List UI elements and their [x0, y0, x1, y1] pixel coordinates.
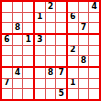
cell-r2c8[interactable] — [79, 13, 89, 23]
cell-r9c2[interactable] — [13, 89, 23, 99]
box-r1c3: 467 — [68, 2, 99, 33]
cell-r7c6[interactable]: 7 — [56, 68, 66, 78]
box-r3c1: 47 — [2, 68, 33, 99]
cell-r9c9[interactable] — [89, 89, 99, 99]
cell-r6c7[interactable] — [68, 56, 78, 66]
cell-r7c9[interactable] — [89, 68, 99, 78]
cell-r2c3[interactable] — [23, 13, 33, 23]
cell-r3c9[interactable] — [89, 23, 99, 33]
cell-r8c6[interactable] — [56, 79, 66, 89]
cell-r5c5[interactable] — [46, 46, 56, 56]
cell-r4c1[interactable]: 6 — [2, 35, 12, 45]
box-r2c3: 28 — [68, 35, 99, 66]
cell-r8c8[interactable] — [79, 79, 89, 89]
cell-r5c3[interactable] — [23, 46, 33, 56]
cell-r8c9[interactable] — [89, 79, 99, 89]
cell-r2c4[interactable]: 1 — [35, 13, 45, 23]
cell-r8c1[interactable]: 7 — [2, 79, 12, 89]
cell-r6c8[interactable]: 8 — [79, 56, 89, 66]
cell-r3c7[interactable] — [68, 23, 78, 33]
cell-r5c4[interactable] — [35, 46, 45, 56]
cell-r9c3[interactable] — [23, 89, 33, 99]
cell-r6c3[interactable] — [23, 56, 33, 66]
box-r2c1: 61 — [2, 35, 33, 66]
cell-r4c4[interactable]: 3 — [35, 35, 45, 45]
cell-r6c6[interactable] — [56, 56, 66, 66]
cell-r8c2[interactable] — [13, 79, 23, 89]
cell-r3c1[interactable] — [2, 23, 12, 33]
cell-r4c8[interactable] — [79, 35, 89, 45]
cell-r9c8[interactable] — [79, 89, 89, 99]
cell-r5c9[interactable] — [89, 46, 99, 56]
cell-r6c5[interactable] — [46, 56, 56, 66]
cell-r1c8[interactable] — [79, 2, 89, 12]
cell-r8c4[interactable] — [35, 79, 45, 89]
cell-r4c7[interactable] — [68, 35, 78, 45]
cell-r7c4[interactable] — [35, 68, 45, 78]
cell-r1c9[interactable]: 4 — [89, 2, 99, 12]
box-r2c2: 3 — [35, 35, 66, 66]
cell-r7c1[interactable] — [2, 68, 12, 78]
cell-r5c8[interactable] — [79, 46, 89, 56]
cell-r1c1[interactable] — [2, 2, 12, 12]
cell-r7c2[interactable]: 4 — [13, 68, 23, 78]
cell-r1c6[interactable] — [56, 2, 66, 12]
box-r1c1: 8 — [2, 2, 33, 33]
cell-r6c2[interactable] — [13, 56, 23, 66]
cell-r6c9[interactable] — [89, 56, 99, 66]
cell-r4c3[interactable]: 1 — [23, 35, 33, 45]
cell-r7c3[interactable] — [23, 68, 33, 78]
cell-r5c6[interactable] — [56, 46, 66, 56]
cell-r5c2[interactable] — [13, 46, 23, 56]
cell-r3c5[interactable] — [46, 23, 56, 33]
cell-r3c3[interactable] — [23, 23, 33, 33]
box-r3c2: 875 — [35, 68, 66, 99]
cell-r9c6[interactable]: 5 — [56, 89, 66, 99]
cell-r2c7[interactable]: 6 — [68, 13, 78, 23]
cell-r1c7[interactable] — [68, 2, 78, 12]
cell-r1c4[interactable] — [35, 2, 45, 12]
cell-r2c2[interactable] — [13, 13, 23, 23]
cell-r3c8[interactable]: 7 — [79, 23, 89, 33]
cell-r4c9[interactable] — [89, 35, 99, 45]
cell-r2c6[interactable] — [56, 13, 66, 23]
cell-r7c7[interactable] — [68, 68, 78, 78]
cell-r9c5[interactable] — [46, 89, 56, 99]
sudoku-board: 82146761328478751 — [0, 0, 101, 101]
cell-r7c8[interactable] — [79, 68, 89, 78]
cell-r1c3[interactable] — [23, 2, 33, 12]
cell-r9c7[interactable] — [68, 89, 78, 99]
cell-r4c6[interactable] — [56, 35, 66, 45]
cell-r2c1[interactable] — [2, 13, 12, 23]
cell-r6c4[interactable] — [35, 56, 45, 66]
cell-r3c6[interactable] — [56, 23, 66, 33]
cell-r8c7[interactable]: 1 — [68, 79, 78, 89]
cell-r9c4[interactable] — [35, 89, 45, 99]
cell-r1c5[interactable]: 2 — [46, 2, 56, 12]
cell-r8c3[interactable] — [23, 79, 33, 89]
cell-r5c1[interactable] — [2, 46, 12, 56]
cell-r9c1[interactable] — [2, 89, 12, 99]
cell-r6c1[interactable] — [2, 56, 12, 66]
cell-r3c2[interactable]: 8 — [13, 23, 23, 33]
cell-r4c5[interactable] — [46, 35, 56, 45]
cell-r4c2[interactable] — [13, 35, 23, 45]
cell-r7c5[interactable]: 8 — [46, 68, 56, 78]
cell-r5c7[interactable]: 2 — [68, 46, 78, 56]
box-r1c2: 21 — [35, 2, 66, 33]
box-r3c3: 1 — [68, 68, 99, 99]
cell-r8c5[interactable] — [46, 79, 56, 89]
cell-r3c4[interactable] — [35, 23, 45, 33]
cell-r2c9[interactable] — [89, 13, 99, 23]
cell-r2c5[interactable] — [46, 13, 56, 23]
cell-r1c2[interactable] — [13, 2, 23, 12]
